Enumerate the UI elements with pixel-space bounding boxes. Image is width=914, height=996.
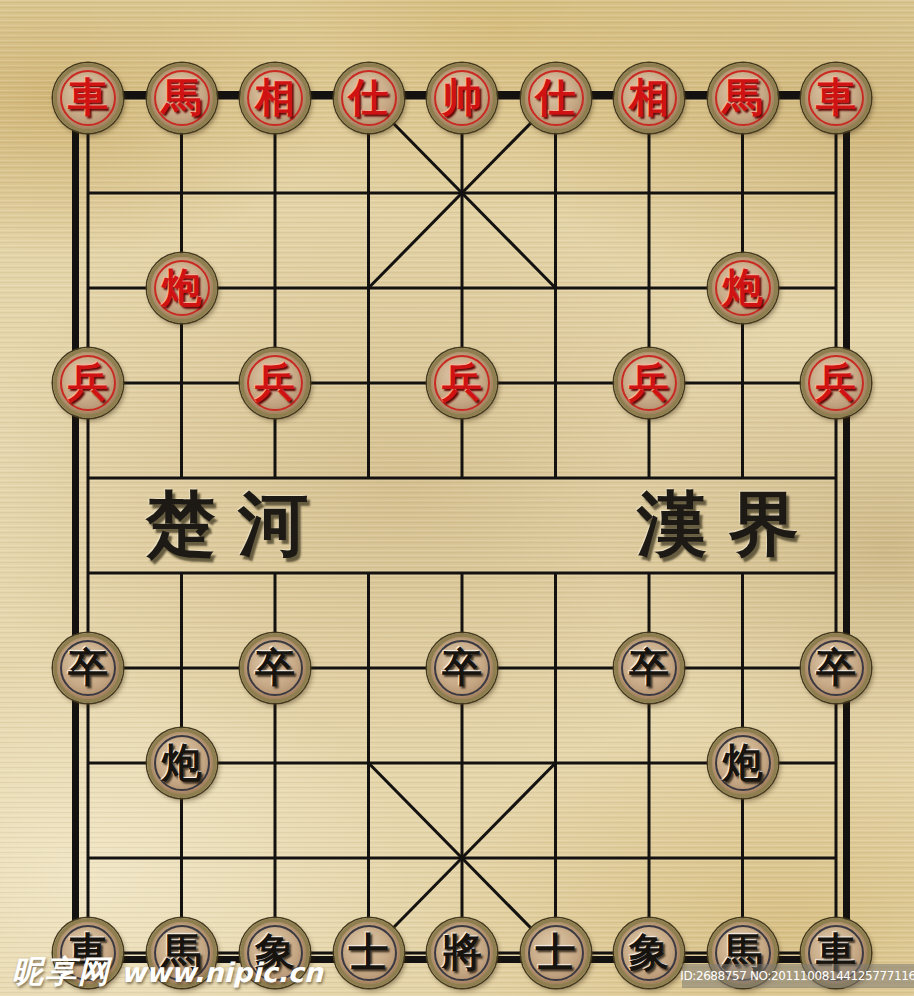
piece-red-advisor[interactable]: 仕: [334, 63, 404, 133]
piece-red-rook[interactable]: 車: [801, 63, 871, 133]
piece-red-elephant[interactable]: 相: [240, 63, 310, 133]
piece-glyph: 車: [816, 77, 856, 117]
piece-red-soldier[interactable]: 兵: [53, 348, 123, 418]
piece-black-cannon[interactable]: 炮: [708, 728, 778, 798]
piece-red-soldier[interactable]: 兵: [614, 348, 684, 418]
piece-black-soldier[interactable]: 卒: [614, 633, 684, 703]
piece-glyph: 炮: [723, 267, 763, 307]
xiangqi-board: 車馬相仕帅仕相馬車炮炮兵兵兵兵兵卒卒卒卒卒炮炮車馬象士將士象馬車 楚河 漢界 昵…: [0, 0, 914, 996]
piece-red-elephant[interactable]: 相: [614, 63, 684, 133]
piece-glyph: 仕: [536, 77, 576, 117]
piece-black-elephant[interactable]: 象: [614, 918, 684, 988]
piece-glyph: 炮: [723, 742, 763, 782]
piece-glyph: 兵: [68, 362, 108, 402]
piece-red-soldier[interactable]: 兵: [240, 348, 310, 418]
piece-red-cannon[interactable]: 炮: [147, 253, 217, 323]
piece-black-advisor[interactable]: 士: [334, 918, 404, 988]
piece-glyph: 車: [68, 77, 108, 117]
piece-glyph: 相: [255, 77, 295, 117]
river-label-chu-he: 楚河: [146, 489, 330, 559]
piece-glyph: 相: [629, 77, 669, 117]
piece-black-cannon[interactable]: 炮: [147, 728, 217, 798]
piece-glyph: 兵: [816, 362, 856, 402]
piece-glyph: 將: [442, 932, 482, 972]
piece-glyph: 卒: [68, 647, 108, 687]
piece-red-cannon[interactable]: 炮: [708, 253, 778, 323]
piece-glyph: 士: [349, 932, 389, 972]
watermark-image-id: ID:2688757 NO:20111008144125777116: [682, 964, 914, 988]
piece-glyph: 兵: [629, 362, 669, 402]
piece-glyph: 炮: [162, 267, 202, 307]
piece-glyph: 卒: [629, 647, 669, 687]
piece-glyph: 帅: [442, 77, 482, 117]
piece-black-soldier[interactable]: 卒: [53, 633, 123, 703]
piece-black-general[interactable]: 將: [427, 918, 497, 988]
piece-black-soldier[interactable]: 卒: [801, 633, 871, 703]
watermark-site-name: 昵享网: [12, 951, 111, 993]
piece-red-rook[interactable]: 車: [53, 63, 123, 133]
piece-glyph: 炮: [162, 742, 202, 782]
piece-glyph: 卒: [255, 647, 295, 687]
piece-red-soldier[interactable]: 兵: [801, 348, 871, 418]
piece-red-soldier[interactable]: 兵: [427, 348, 497, 418]
river-label-han-jie: 漢界: [637, 489, 821, 559]
watermark-nipic: 昵享网 www.nipic.cn: [12, 951, 323, 993]
piece-glyph: 卒: [816, 647, 856, 687]
piece-glyph: 馬: [723, 77, 763, 117]
watermark-site-url: www.nipic.cn: [121, 957, 323, 988]
piece-black-advisor[interactable]: 士: [521, 918, 591, 988]
piece-red-advisor[interactable]: 仕: [521, 63, 591, 133]
piece-glyph: 馬: [162, 77, 202, 117]
piece-glyph: 象: [629, 932, 669, 972]
piece-glyph: 士: [536, 932, 576, 972]
piece-glyph: 兵: [442, 362, 482, 402]
piece-black-soldier[interactable]: 卒: [427, 633, 497, 703]
piece-glyph: 仕: [349, 77, 389, 117]
piece-glyph: 卒: [442, 647, 482, 687]
piece-red-horse[interactable]: 馬: [147, 63, 217, 133]
piece-red-horse[interactable]: 馬: [708, 63, 778, 133]
piece-red-general[interactable]: 帅: [427, 63, 497, 133]
piece-glyph: 兵: [255, 362, 295, 402]
piece-black-soldier[interactable]: 卒: [240, 633, 310, 703]
